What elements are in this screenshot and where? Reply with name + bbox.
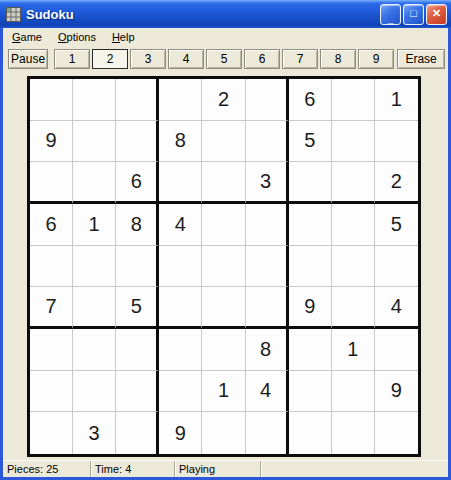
menu-bar: GameOptionsHelp [3, 28, 448, 46]
cell-r3c8[interactable] [332, 162, 375, 204]
number-button-6[interactable]: 6 [244, 49, 280, 69]
cell-r8c2[interactable] [73, 371, 116, 413]
status-state: Playing [175, 461, 261, 477]
cell-r8c1[interactable] [30, 371, 73, 413]
cell-r2c5[interactable] [202, 121, 245, 163]
cell-r7c5[interactable] [202, 329, 245, 371]
cell-r4c4[interactable]: 4 [159, 204, 202, 246]
cell-r2c9[interactable] [375, 121, 418, 163]
cell-r3c6[interactable]: 3 [246, 162, 289, 204]
number-button-9[interactable]: 9 [358, 49, 394, 69]
cell-r1c2[interactable] [73, 79, 116, 121]
cell-r1c7[interactable]: 6 [289, 79, 332, 121]
cell-r6c8[interactable] [332, 287, 375, 329]
cell-r9c9[interactable] [375, 412, 418, 454]
cell-r2c3[interactable] [116, 121, 159, 163]
cell-r3c2[interactable] [73, 162, 116, 204]
cell-r3c3[interactable]: 6 [116, 162, 159, 204]
minimize-button[interactable]: _ [380, 4, 401, 25]
cell-r7c3[interactable] [116, 329, 159, 371]
number-button-4[interactable]: 4 [168, 49, 204, 69]
cell-r8c7[interactable] [289, 371, 332, 413]
cell-r5c2[interactable] [73, 246, 116, 288]
cell-r1c8[interactable] [332, 79, 375, 121]
cell-r3c1[interactable] [30, 162, 73, 204]
cell-r1c9[interactable]: 1 [375, 79, 418, 121]
cell-r8c9[interactable]: 9 [375, 371, 418, 413]
window-title: Sudoku [26, 7, 378, 22]
cell-r4c7[interactable] [289, 204, 332, 246]
app-window: Sudoku _ □ ✕ GameOptionsHelp Pause 12345… [0, 0, 451, 480]
cell-r6c1[interactable]: 7 [30, 287, 73, 329]
title-bar[interactable]: Sudoku _ □ ✕ [0, 0, 451, 28]
pause-button[interactable]: Pause [8, 49, 48, 69]
menu-item-game[interactable]: Game [4, 29, 50, 45]
cell-r5c3[interactable] [116, 246, 159, 288]
cell-r4c1[interactable]: 6 [30, 204, 73, 246]
cell-r6c2[interactable] [73, 287, 116, 329]
cell-r5c8[interactable] [332, 246, 375, 288]
cell-r8c3[interactable] [116, 371, 159, 413]
cell-r3c9[interactable]: 2 [375, 162, 418, 204]
cell-r7c4[interactable] [159, 329, 202, 371]
number-button-1[interactable]: 1 [54, 49, 90, 69]
number-button-5[interactable]: 5 [206, 49, 242, 69]
number-button-2[interactable]: 2 [92, 49, 128, 69]
cell-r9c3[interactable] [116, 412, 159, 454]
client-area: GameOptionsHelp Pause 123456789 Erase 26… [0, 28, 451, 477]
cell-r2c1[interactable]: 9 [30, 121, 73, 163]
cell-r9c4[interactable]: 9 [159, 412, 202, 454]
sudoku-board: 2619856326184575948114939 [27, 76, 421, 457]
cell-r8c4[interactable] [159, 371, 202, 413]
cell-r9c7[interactable] [289, 412, 332, 454]
cell-r7c2[interactable] [73, 329, 116, 371]
cell-r7c1[interactable] [30, 329, 73, 371]
cell-r4c8[interactable] [332, 204, 375, 246]
cell-r5c6[interactable] [246, 246, 289, 288]
cell-r7c9[interactable] [375, 329, 418, 371]
menu-item-help[interactable]: Help [104, 29, 143, 45]
cell-r7c8[interactable]: 1 [332, 329, 375, 371]
cell-r5c1[interactable] [30, 246, 73, 288]
cell-r2c6[interactable] [246, 121, 289, 163]
status-pieces: Pieces: 25 [3, 461, 91, 477]
cell-r4c6[interactable] [246, 204, 289, 246]
cell-r4c3[interactable]: 8 [116, 204, 159, 246]
status-extra [261, 461, 448, 477]
cell-r6c5[interactable] [202, 287, 245, 329]
cell-r2c4[interactable]: 8 [159, 121, 202, 163]
cell-r2c7[interactable]: 5 [289, 121, 332, 163]
cell-r1c3[interactable] [116, 79, 159, 121]
cell-r8c8[interactable] [332, 371, 375, 413]
cell-r7c6[interactable]: 8 [246, 329, 289, 371]
cell-r5c9[interactable] [375, 246, 418, 288]
cell-r9c6[interactable] [246, 412, 289, 454]
cell-r2c8[interactable] [332, 121, 375, 163]
cell-r8c6[interactable]: 4 [246, 371, 289, 413]
cell-r1c6[interactable] [246, 79, 289, 121]
cell-r7c7[interactable] [289, 329, 332, 371]
erase-button[interactable]: Erase [397, 49, 445, 69]
cell-r9c1[interactable] [30, 412, 73, 454]
cell-r3c7[interactable] [289, 162, 332, 204]
cell-r2c2[interactable] [73, 121, 116, 163]
cell-r5c4[interactable] [159, 246, 202, 288]
cell-r3c4[interactable] [159, 162, 202, 204]
cell-r8c5[interactable]: 1 [202, 371, 245, 413]
cell-r9c2[interactable]: 3 [73, 412, 116, 454]
app-icon [6, 7, 21, 22]
cell-r5c5[interactable] [202, 246, 245, 288]
status-bar: Pieces: 25 Time: 4 Playing [3, 460, 448, 477]
cell-r3c5[interactable] [202, 162, 245, 204]
maximize-button[interactable]: □ [403, 4, 424, 25]
menu-item-options[interactable]: Options [50, 29, 104, 45]
cell-r4c2[interactable]: 1 [73, 204, 116, 246]
cell-r6c9[interactable]: 4 [375, 287, 418, 329]
cell-r9c5[interactable] [202, 412, 245, 454]
cell-r5c7[interactable] [289, 246, 332, 288]
status-time: Time: 4 [91, 461, 175, 477]
toolbar: Pause 123456789 Erase [3, 46, 448, 71]
close-button[interactable]: ✕ [426, 4, 447, 25]
number-button-7[interactable]: 7 [282, 49, 318, 69]
cell-r9c8[interactable] [332, 412, 375, 454]
cell-r6c6[interactable] [246, 287, 289, 329]
cell-r1c5[interactable]: 2 [202, 79, 245, 121]
cell-r4c5[interactable] [202, 204, 245, 246]
cell-r1c1[interactable] [30, 79, 73, 121]
number-button-3[interactable]: 3 [130, 49, 166, 69]
cell-r1c4[interactable] [159, 79, 202, 121]
number-button-8[interactable]: 8 [320, 49, 356, 69]
cell-r6c3[interactable]: 5 [116, 287, 159, 329]
board-area: 2619856326184575948114939 [3, 71, 448, 460]
cell-r6c7[interactable]: 9 [289, 287, 332, 329]
cell-r4c9[interactable]: 5 [375, 204, 418, 246]
cell-r6c4[interactable] [159, 287, 202, 329]
